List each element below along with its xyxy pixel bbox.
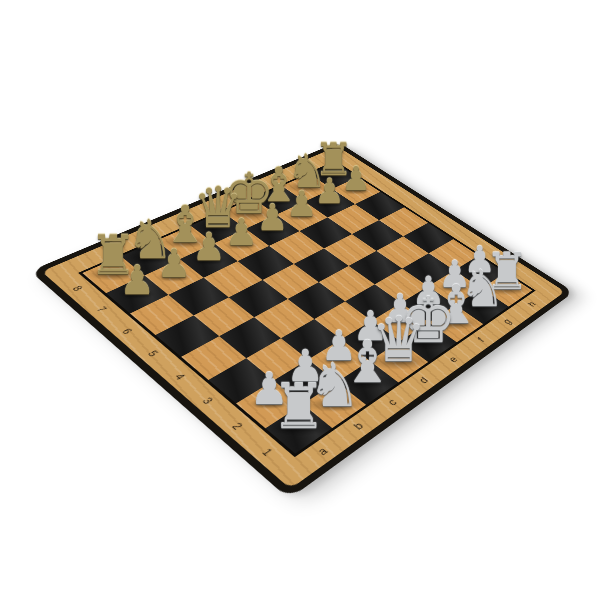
pawn-icon: ♟ (225, 214, 258, 251)
pawn-icon: ♟ (314, 174, 344, 208)
pawn-icon: ♟ (156, 244, 191, 283)
pawn-icon: ♟ (286, 187, 317, 222)
pawn-icon: ♟ (256, 200, 288, 236)
chess-set-photo: abcdefgh 12345678 ♜♞♟♝♟♚♟♛♟♝♟♞♟♟♜♟♟♜♟♟♞♟… (0, 0, 600, 600)
pawn-icon: ♟ (341, 163, 371, 196)
rook-icon: ♜ (271, 376, 327, 438)
pawn-icon: ♟ (119, 260, 155, 300)
pieces-layer: ♜♞♟♝♟♚♟♛♟♝♟♞♟♟♜♟♟♜♟♟♞♟♝♟♚♟♛♟♝♟♞♜ (0, 0, 600, 600)
pawn-icon: ♟ (192, 228, 226, 266)
